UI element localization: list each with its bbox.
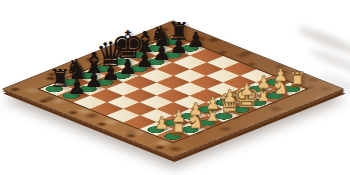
pieces-layer: ♜♟♞♟♝♟♛♟♚♟♝♟♟♞♜♟♟♜♞♟♟♝♟♛♟♚♟♝♟♞♟♜ — [3, 21, 342, 157]
product-photo-stage: ♜♟♞♟♝♟♛♟♚♟♝♟♟♞♜♟♟♜♞♟♟♝♟♛♟♚♟♝♟♞♟♜ — [0, 0, 350, 175]
black-rook-h8-piece: ♜ — [155, 0, 203, 44]
felt-pad — [58, 91, 83, 101]
felt-pad — [177, 125, 202, 135]
felt-pad — [160, 131, 185, 141]
white-pawn-h2-piece: ♟ — [256, 30, 304, 84]
felt-pad — [262, 91, 287, 101]
felt-pad — [177, 43, 202, 53]
felt-pad — [228, 104, 253, 114]
felt-pad — [92, 77, 117, 87]
felt-pad — [245, 97, 270, 107]
felt-pad — [126, 64, 151, 74]
felt-pad — [75, 84, 100, 94]
felt-pad — [109, 70, 134, 80]
felt-pad — [194, 118, 219, 128]
felt-pad — [160, 50, 185, 60]
felt-pad — [211, 111, 236, 121]
felt-pad — [279, 84, 304, 94]
felt-pad — [143, 57, 168, 67]
chess-board: ♜♟♞♟♝♟♛♟♚♟♝♟♟♞♜♟♟♜♞♟♟♝♟♛♟♚♟♝♟♞♟♜ — [2, 21, 344, 158]
